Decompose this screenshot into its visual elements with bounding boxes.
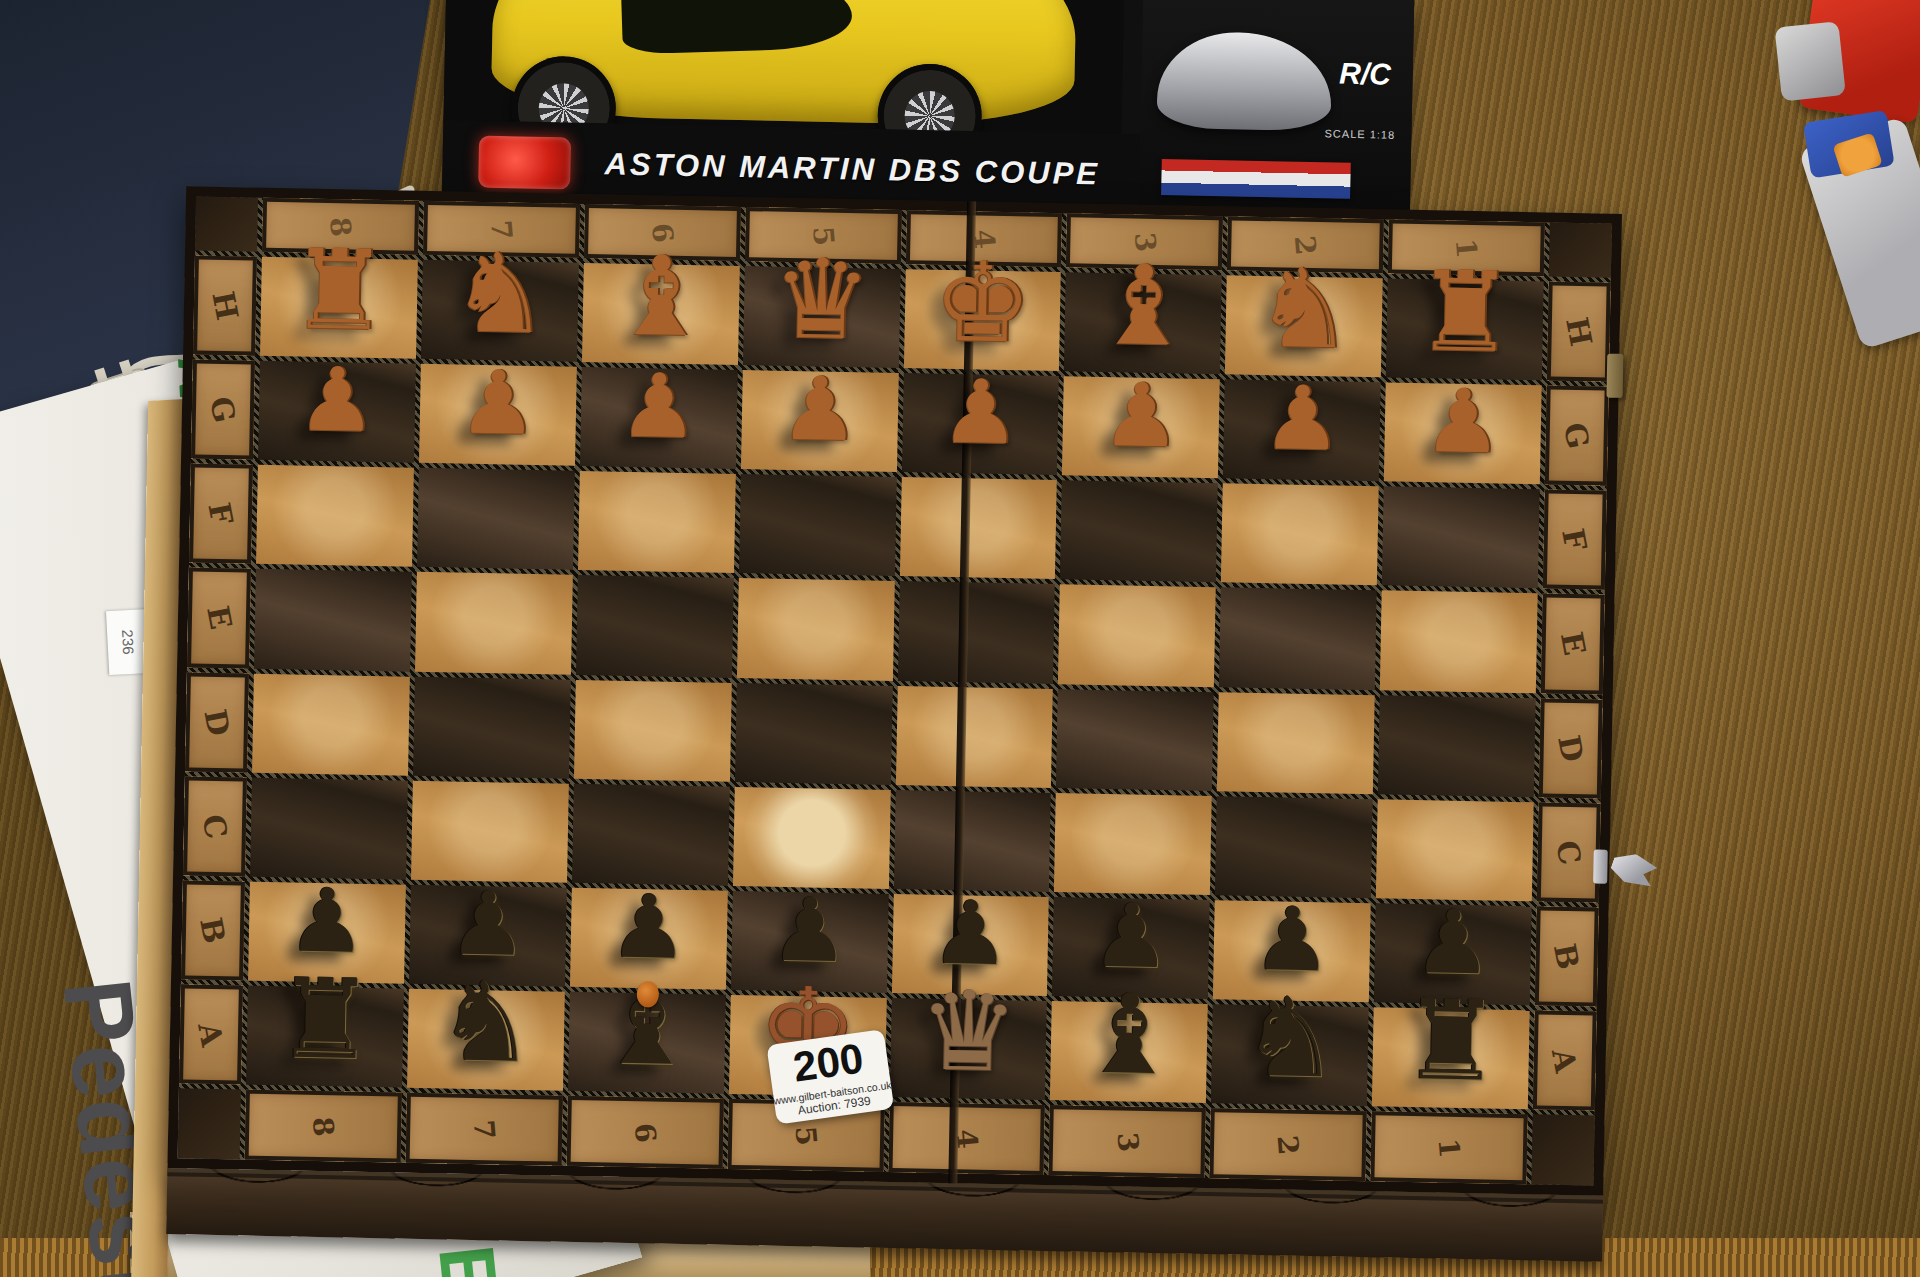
bottom-coord-8: 8 — [245, 1090, 402, 1163]
dark-rook-A1: ♜ — [1401, 994, 1501, 1089]
square-A8: ♜ — [246, 986, 404, 1088]
red-toy-top-right — [1798, 0, 1920, 124]
square-F4 — [899, 477, 1057, 579]
dark-bishop-A6: ♝ — [597, 978, 697, 1073]
square-F1 — [1382, 487, 1540, 589]
square-G7: ♟ — [419, 364, 577, 466]
coordinate-label: 5 — [788, 1124, 823, 1146]
square-C6 — [572, 783, 730, 885]
square-E2 — [1219, 588, 1377, 690]
square-D3 — [1056, 689, 1214, 791]
coordinate-label: F — [202, 500, 240, 528]
square-D6 — [574, 679, 732, 781]
coordinate-label: 3 — [1110, 1130, 1145, 1152]
square-G3: ♟ — [1062, 376, 1220, 478]
left-coord-G: G — [191, 360, 255, 460]
dark-pawn-B2: ♟ — [1252, 902, 1332, 978]
right-coord-E: E — [1541, 594, 1605, 694]
left-coord-C: C — [183, 776, 247, 876]
left-coord-D: D — [185, 672, 249, 772]
dark-pawn-B1: ♟ — [1413, 905, 1493, 981]
bottom-coord-6: 6 — [566, 1096, 723, 1169]
coordinate-label: H — [1559, 314, 1599, 348]
right-coord-H: H — [1547, 281, 1611, 381]
coordinate-label: D — [1551, 732, 1590, 764]
board-hinge-latch — [1606, 354, 1623, 398]
rc-label: R/C — [1339, 56, 1391, 91]
light-rook-H8: ♜ — [289, 243, 389, 338]
square-A3: ♝ — [1050, 1001, 1208, 1103]
coordinate-label: C — [196, 811, 235, 841]
left-coord-A: A — [179, 984, 243, 1084]
bottom-coord-2: 2 — [1210, 1108, 1367, 1181]
square-H4: ♚ — [903, 269, 1061, 371]
square-D4 — [895, 686, 1053, 788]
coordinate-label: E — [1553, 629, 1592, 658]
square-G4: ♟ — [901, 373, 1059, 475]
square-H5: ♛ — [743, 266, 901, 368]
right-coord-F: F — [1543, 490, 1607, 590]
board-corner — [178, 1088, 241, 1159]
brand-logo-icon — [478, 136, 571, 190]
light-queen-H5: ♛ — [772, 252, 872, 347]
silver-car-photo — [1157, 30, 1332, 131]
square-F5 — [739, 474, 897, 576]
left-coord-H: H — [193, 255, 257, 355]
square-D2 — [1217, 692, 1375, 794]
aston-martin-rc-box: ASTON MARTIN DBS COUPE R/C SCALE 1:18 — [442, 0, 1414, 222]
coordinate-label: 6 — [628, 1121, 663, 1143]
coordinate-label: E — [200, 603, 239, 632]
square-D8 — [252, 673, 410, 775]
square-F6 — [578, 471, 736, 573]
chess-board: 87654321H♜♞♝♛♚♝♞♜HG♟♟♟♟♟♟♟♟GFFEEDDCCB♟♟♟… — [167, 186, 1622, 1195]
square-C4 — [893, 790, 1051, 892]
square-E1 — [1380, 591, 1538, 693]
light-knight-H7: ♞ — [450, 246, 550, 341]
square-G1: ♟ — [1384, 383, 1542, 485]
yellow-car-photo — [443, 0, 1123, 136]
square-G5: ♟ — [741, 370, 899, 472]
square-A2: ♞ — [1211, 1004, 1369, 1106]
square-A4: ♛ — [889, 998, 1047, 1100]
board-corner — [1549, 222, 1612, 277]
square-E6 — [576, 575, 734, 677]
light-pawn-G5: ♟ — [779, 372, 859, 448]
dark-knight-A2: ♞ — [1240, 990, 1340, 1085]
light-pawn-G1: ♟ — [1423, 384, 1503, 460]
coordinate-label: C — [1549, 837, 1588, 867]
bottom-coord-7: 7 — [405, 1093, 562, 1166]
right-coord-D: D — [1539, 698, 1603, 798]
lot-number: 200 — [791, 1037, 866, 1088]
square-H1: ♜ — [1386, 278, 1544, 380]
scale-label: SCALE 1:18 — [1324, 127, 1395, 140]
coordinate-label: H — [205, 288, 245, 322]
square-C7 — [411, 780, 569, 882]
left-coord-B: B — [181, 880, 245, 980]
box-title: ASTON MARTIN DBS COUPE — [604, 146, 1100, 192]
dark-rook-A8: ♜ — [275, 972, 375, 1067]
square-A6: ♝ — [568, 992, 726, 1094]
right-coord-B: B — [1535, 906, 1599, 1006]
dark-bishop-A3: ♝ — [1079, 987, 1179, 1082]
square-H6: ♝ — [582, 263, 740, 365]
board-clasp-base — [1593, 849, 1608, 883]
dark-pawn-B8: ♟ — [287, 883, 367, 959]
coordinate-label: B — [1547, 941, 1586, 973]
box-right-panel: R/C SCALE 1:18 — [1139, 0, 1415, 222]
square-C8 — [250, 777, 408, 879]
bottom-coord-3: 3 — [1049, 1105, 1206, 1178]
coordinate-label: F — [1556, 526, 1594, 554]
light-pawn-G8: ♟ — [297, 363, 377, 439]
square-H7: ♞ — [421, 260, 579, 362]
right-coord-A: A — [1533, 1010, 1597, 1110]
square-E4 — [897, 581, 1055, 683]
square-H8: ♜ — [260, 257, 418, 359]
right-coord-C: C — [1537, 802, 1601, 902]
dark-pawn-B3: ♟ — [1091, 899, 1171, 975]
chess-board-assembly: 87654321H♜♞♝♛♚♝♞♜HG♟♟♟♟♟♟♟♟GFFEEDDCCB♟♟♟… — [166, 186, 1622, 1269]
coordinate-label: 7 — [467, 1118, 502, 1140]
square-C1 — [1376, 799, 1534, 901]
light-knight-H2: ♞ — [1254, 262, 1354, 357]
board-corner — [195, 197, 258, 252]
right-coord-G: G — [1545, 386, 1609, 486]
light-pawn-G6: ♟ — [619, 369, 699, 445]
coordinate-label: 8 — [306, 1115, 341, 1137]
square-G6: ♟ — [580, 367, 738, 469]
coordinate-label: 1 — [1432, 1137, 1467, 1159]
square-E3 — [1058, 585, 1216, 687]
auction-lot-sticker: 200 www.gilbert-baitson.co.uk Auction: 7… — [766, 1029, 894, 1124]
square-F8 — [256, 465, 414, 567]
square-E5 — [737, 578, 895, 680]
square-E8 — [254, 569, 412, 671]
light-bishop-H6: ♝ — [611, 249, 711, 344]
coordinate-label: D — [197, 706, 236, 738]
light-rook-H1: ♜ — [1415, 265, 1515, 360]
bottom-coord-1: 1 — [1371, 1111, 1528, 1184]
coordinate-label: G — [203, 394, 242, 426]
square-F7 — [417, 468, 575, 570]
racing-stripes-icon — [1161, 159, 1351, 198]
coordinate-label: A — [1545, 1046, 1584, 1075]
square-A1: ♜ — [1372, 1007, 1530, 1109]
light-pawn-G7: ♟ — [458, 366, 538, 442]
dark-knight-A7: ♞ — [436, 975, 536, 1070]
square-D5 — [735, 682, 893, 784]
square-F3 — [1060, 480, 1218, 582]
coordinate-label: B — [193, 915, 232, 947]
dark-pawn-B7: ♟ — [448, 886, 528, 962]
square-C5 — [733, 787, 891, 889]
coordinate-label: G — [1557, 420, 1596, 452]
dark-pawn-B6: ♟ — [609, 889, 689, 965]
square-G2: ♟ — [1223, 379, 1381, 481]
light-king-H4: ♚ — [932, 255, 1032, 350]
square-F2 — [1221, 484, 1379, 586]
coordinate-label: A — [192, 1020, 231, 1049]
square-C2 — [1215, 796, 1373, 898]
light-pawn-G4: ♟ — [940, 375, 1020, 451]
dark-pawn-B4: ♟ — [930, 896, 1010, 972]
square-G8: ♟ — [258, 361, 416, 463]
square-D1 — [1378, 695, 1536, 797]
square-A7: ♞ — [407, 989, 565, 1091]
light-bishop-H3: ♝ — [1093, 259, 1193, 354]
square-H2: ♞ — [1225, 275, 1383, 377]
left-coord-E: E — [187, 568, 251, 668]
dark-queen-A4: ♛ — [918, 984, 1018, 1079]
light-pawn-G2: ♟ — [1262, 381, 1342, 457]
square-H3: ♝ — [1064, 272, 1222, 374]
square-E7 — [415, 572, 573, 674]
dark-pawn-B5: ♟ — [769, 893, 849, 969]
light-pawn-G3: ♟ — [1101, 378, 1181, 454]
coordinate-label: 2 — [1271, 1134, 1306, 1156]
square-D7 — [413, 676, 571, 778]
left-coord-F: F — [189, 464, 253, 564]
board-corner — [1531, 1114, 1594, 1185]
bottom-coord-4: 4 — [888, 1102, 1045, 1175]
square-C3 — [1054, 793, 1212, 895]
